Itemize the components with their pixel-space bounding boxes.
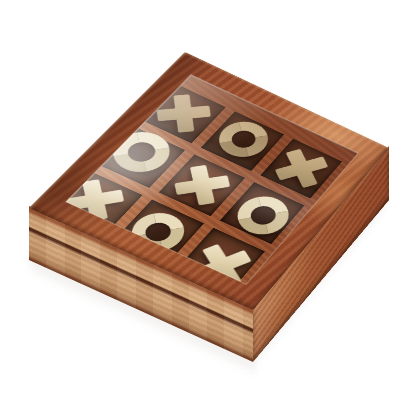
piece-x[interactable] <box>171 162 233 208</box>
piece-o[interactable] <box>121 206 194 258</box>
x-bar <box>157 106 211 122</box>
piece-x[interactable] <box>184 237 260 284</box>
piece-o[interactable] <box>227 189 298 241</box>
piece-x[interactable] <box>66 176 127 225</box>
piece-x[interactable] <box>269 144 335 193</box>
piece-x[interactable] <box>155 93 213 135</box>
piece-o[interactable] <box>209 115 277 164</box>
cell-r0c2[interactable] <box>260 139 342 199</box>
product-photo-scene <box>0 0 416 416</box>
